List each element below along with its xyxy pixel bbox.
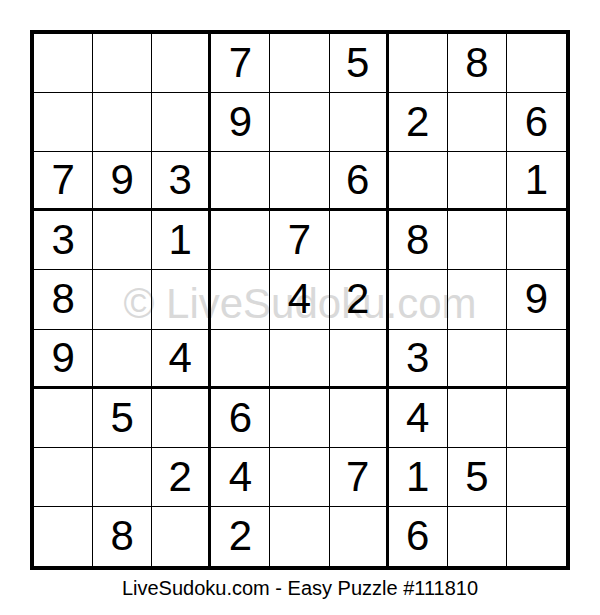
cell-r6c7[interactable]: 3 [389,330,448,389]
cell-r6c5[interactable] [270,330,329,389]
cell-r8c7[interactable]: 1 [389,448,448,507]
cell-r1c2[interactable] [93,34,152,93]
cell-r5c2[interactable] [93,270,152,329]
cell-r3c2[interactable]: 9 [93,152,152,211]
cell-r9c7[interactable]: 6 [389,507,448,566]
cell-r9c3[interactable] [152,507,211,566]
puzzle-caption: LiveSudoku.com - Easy Puzzle #111810 [0,576,600,600]
cell-r1c4[interactable]: 7 [211,34,270,93]
cell-r2c2[interactable] [93,93,152,152]
cell-r8c4[interactable]: 4 [211,448,270,507]
cell-r6c3[interactable]: 4 [152,330,211,389]
cell-r8c1[interactable] [34,448,93,507]
cell-r6c2[interactable] [93,330,152,389]
cell-r1c1[interactable] [34,34,93,93]
cell-r7c7[interactable]: 4 [389,389,448,448]
cell-r4c2[interactable] [93,211,152,270]
cell-r2c3[interactable] [152,93,211,152]
cell-r7c5[interactable] [270,389,329,448]
cell-r7c2[interactable]: 5 [93,389,152,448]
cell-r7c4[interactable]: 6 [211,389,270,448]
cell-r1c9[interactable] [507,34,566,93]
cell-r9c1[interactable] [34,507,93,566]
cell-r9c5[interactable] [270,507,329,566]
cell-r6c8[interactable] [448,330,507,389]
cell-r2c9[interactable]: 6 [507,93,566,152]
sudoku-page: © LiveSudoku.com 75892679361317884299435… [0,0,600,615]
cell-r4c1[interactable]: 3 [34,211,93,270]
cell-r8c9[interactable] [507,448,566,507]
cell-r3c5[interactable] [270,152,329,211]
cell-r7c8[interactable] [448,389,507,448]
cell-r8c2[interactable] [93,448,152,507]
cell-r5c5[interactable]: 4 [270,270,329,329]
cell-r9c4[interactable]: 2 [211,507,270,566]
cell-r3c4[interactable] [211,152,270,211]
cell-r5c6[interactable]: 2 [330,270,389,329]
cell-r3c6[interactable]: 6 [330,152,389,211]
cell-r8c6[interactable]: 7 [330,448,389,507]
cell-r4c6[interactable] [330,211,389,270]
cell-r1c8[interactable]: 8 [448,34,507,93]
cell-r7c3[interactable] [152,389,211,448]
cell-r5c1[interactable]: 8 [34,270,93,329]
sudoku-board: © LiveSudoku.com 75892679361317884299435… [30,30,570,570]
cell-r4c3[interactable]: 1 [152,211,211,270]
cell-r7c9[interactable] [507,389,566,448]
cell-r2c8[interactable] [448,93,507,152]
cell-r3c7[interactable] [389,152,448,211]
cell-r2c1[interactable] [34,93,93,152]
cell-r5c4[interactable] [211,270,270,329]
cell-r6c9[interactable] [507,330,566,389]
cell-r8c5[interactable] [270,448,329,507]
cell-r3c8[interactable] [448,152,507,211]
cell-r4c8[interactable] [448,211,507,270]
cell-r2c6[interactable] [330,93,389,152]
cell-r9c6[interactable] [330,507,389,566]
cell-r6c4[interactable] [211,330,270,389]
cell-r5c8[interactable] [448,270,507,329]
cell-r4c5[interactable]: 7 [270,211,329,270]
cell-r6c1[interactable]: 9 [34,330,93,389]
cell-r8c3[interactable]: 2 [152,448,211,507]
cell-r9c9[interactable] [507,507,566,566]
cell-r5c7[interactable] [389,270,448,329]
cell-r4c7[interactable]: 8 [389,211,448,270]
cell-r6c6[interactable] [330,330,389,389]
cell-r2c5[interactable] [270,93,329,152]
cell-r2c4[interactable]: 9 [211,93,270,152]
cell-r7c1[interactable] [34,389,93,448]
cell-r1c7[interactable] [389,34,448,93]
cell-r4c4[interactable] [211,211,270,270]
cell-r1c6[interactable]: 5 [330,34,389,93]
cell-r9c8[interactable] [448,507,507,566]
cell-r3c3[interactable]: 3 [152,152,211,211]
cell-r3c1[interactable]: 7 [34,152,93,211]
cell-r7c6[interactable] [330,389,389,448]
cell-r5c3[interactable] [152,270,211,329]
cell-r9c2[interactable]: 8 [93,507,152,566]
cell-r3c9[interactable]: 1 [507,152,566,211]
cell-r1c3[interactable] [152,34,211,93]
cell-r2c7[interactable]: 2 [389,93,448,152]
cell-r8c8[interactable]: 5 [448,448,507,507]
cell-r5c9[interactable]: 9 [507,270,566,329]
cell-r1c5[interactable] [270,34,329,93]
cell-r4c9[interactable] [507,211,566,270]
